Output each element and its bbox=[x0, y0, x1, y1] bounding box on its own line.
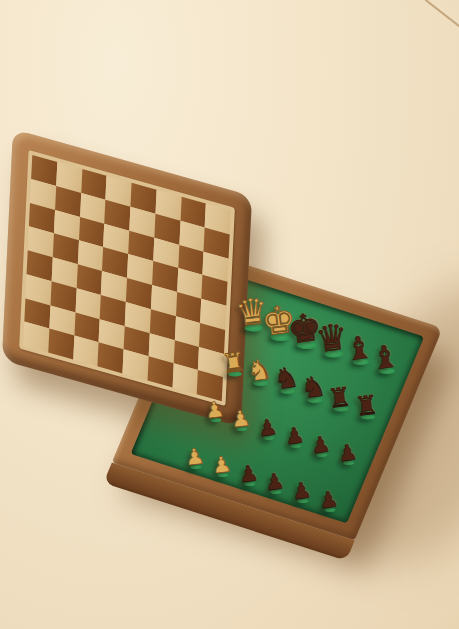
chess-board bbox=[2, 129, 252, 427]
photo-scene: ♛♚♚♛♝♝♜♞♞♞♜♜♟♟♟♟♟♟♟♟♟♟♟♟ bbox=[0, 0, 459, 629]
backdrop-seam-line bbox=[425, 0, 459, 33]
